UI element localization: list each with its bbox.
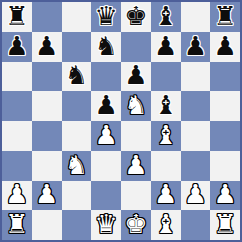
square-a6[interactable]: [2, 62, 32, 92]
piece-black-pawn[interactable]: ♟: [94, 92, 117, 118]
square-a4[interactable]: [2, 121, 32, 151]
square-f8[interactable]: ♝: [151, 2, 181, 32]
chess-board: ♜♛♚♝♜♟♟♞♟♟♟♞♟♟♞♝♟♝♞♟♟♟♟♟♟♜♛♚♝♜: [0, 0, 242, 242]
square-h1[interactable]: ♜: [210, 210, 240, 240]
square-e7[interactable]: [121, 32, 151, 62]
square-a5[interactable]: [2, 91, 32, 121]
square-g5[interactable]: [181, 91, 211, 121]
square-h4[interactable]: [210, 121, 240, 151]
piece-black-pawn[interactable]: ♟: [35, 33, 58, 59]
piece-white-bishop[interactable]: ♝: [154, 211, 177, 237]
piece-white-pawn[interactable]: ♟: [154, 181, 177, 207]
square-f2[interactable]: ♟: [151, 181, 181, 211]
piece-black-pawn[interactable]: ♟: [5, 33, 28, 59]
piece-black-rook[interactable]: ♜: [5, 3, 28, 29]
square-a2[interactable]: ♟: [2, 181, 32, 211]
square-a1[interactable]: ♜: [2, 210, 32, 240]
square-e2[interactable]: [121, 181, 151, 211]
square-g3[interactable]: [181, 151, 211, 181]
square-e8[interactable]: ♚: [121, 2, 151, 32]
piece-white-king[interactable]: ♚: [124, 211, 147, 237]
square-c7[interactable]: [62, 32, 92, 62]
piece-black-bishop[interactable]: ♝: [154, 92, 177, 118]
piece-black-rook[interactable]: ♜: [213, 3, 236, 29]
square-b5[interactable]: [32, 91, 62, 121]
square-c1[interactable]: [62, 210, 92, 240]
piece-black-bishop[interactable]: ♝: [154, 3, 177, 29]
piece-black-pawn[interactable]: ♟: [213, 33, 236, 59]
piece-white-pawn[interactable]: ♟: [94, 122, 117, 148]
piece-black-pawn[interactable]: ♟: [184, 33, 207, 59]
square-a7[interactable]: ♟: [2, 32, 32, 62]
square-c6[interactable]: ♞: [62, 62, 92, 92]
square-c3[interactable]: ♞: [62, 151, 92, 181]
square-g8[interactable]: [181, 2, 211, 32]
square-b4[interactable]: [32, 121, 62, 151]
square-c8[interactable]: [62, 2, 92, 32]
piece-white-rook[interactable]: ♜: [5, 211, 28, 237]
square-h8[interactable]: ♜: [210, 2, 240, 32]
square-f7[interactable]: ♟: [151, 32, 181, 62]
square-c4[interactable]: [62, 121, 92, 151]
piece-white-bishop[interactable]: ♝: [154, 122, 177, 148]
square-c2[interactable]: [62, 181, 92, 211]
square-d6[interactable]: [91, 62, 121, 92]
square-e1[interactable]: ♚: [121, 210, 151, 240]
square-d2[interactable]: [91, 181, 121, 211]
piece-black-queen[interactable]: ♛: [94, 3, 117, 29]
square-f1[interactable]: ♝: [151, 210, 181, 240]
square-e5[interactable]: ♞: [121, 91, 151, 121]
square-g1[interactable]: [181, 210, 211, 240]
piece-black-knight[interactable]: ♞: [94, 33, 117, 59]
piece-white-knight[interactable]: ♞: [65, 152, 88, 178]
square-b3[interactable]: [32, 151, 62, 181]
square-f3[interactable]: [151, 151, 181, 181]
square-d5[interactable]: ♟: [91, 91, 121, 121]
piece-white-rook[interactable]: ♜: [213, 211, 236, 237]
piece-white-pawn[interactable]: ♟: [5, 181, 28, 207]
square-h6[interactable]: [210, 62, 240, 92]
square-d8[interactable]: ♛: [91, 2, 121, 32]
square-b6[interactable]: [32, 62, 62, 92]
piece-black-pawn[interactable]: ♟: [154, 33, 177, 59]
piece-black-king[interactable]: ♚: [124, 3, 147, 29]
square-g7[interactable]: ♟: [181, 32, 211, 62]
square-d1[interactable]: ♛: [91, 210, 121, 240]
square-h2[interactable]: ♟: [210, 181, 240, 211]
piece-white-pawn[interactable]: ♟: [213, 181, 236, 207]
square-d4[interactable]: ♟: [91, 121, 121, 151]
square-d3[interactable]: [91, 151, 121, 181]
square-f4[interactable]: ♝: [151, 121, 181, 151]
square-d7[interactable]: ♞: [91, 32, 121, 62]
square-h7[interactable]: ♟: [210, 32, 240, 62]
piece-white-pawn[interactable]: ♟: [184, 181, 207, 207]
piece-white-knight[interactable]: ♞: [124, 92, 147, 118]
square-f6[interactable]: [151, 62, 181, 92]
square-b8[interactable]: [32, 2, 62, 32]
square-e6[interactable]: ♟: [121, 62, 151, 92]
piece-white-pawn[interactable]: ♟: [124, 152, 147, 178]
square-b1[interactable]: [32, 210, 62, 240]
piece-black-pawn[interactable]: ♟: [124, 62, 147, 88]
square-c5[interactable]: [62, 91, 92, 121]
square-a3[interactable]: [2, 151, 32, 181]
piece-white-pawn[interactable]: ♟: [35, 181, 58, 207]
square-b2[interactable]: ♟: [32, 181, 62, 211]
square-f5[interactable]: ♝: [151, 91, 181, 121]
square-h5[interactable]: [210, 91, 240, 121]
square-b7[interactable]: ♟: [32, 32, 62, 62]
piece-black-knight[interactable]: ♞: [65, 62, 88, 88]
square-e4[interactable]: [121, 121, 151, 151]
square-g6[interactable]: [181, 62, 211, 92]
square-g4[interactable]: [181, 121, 211, 151]
square-h3[interactable]: [210, 151, 240, 181]
piece-white-queen[interactable]: ♛: [94, 211, 117, 237]
square-e3[interactable]: ♟: [121, 151, 151, 181]
square-g2[interactable]: ♟: [181, 181, 211, 211]
square-a8[interactable]: ♜: [2, 2, 32, 32]
